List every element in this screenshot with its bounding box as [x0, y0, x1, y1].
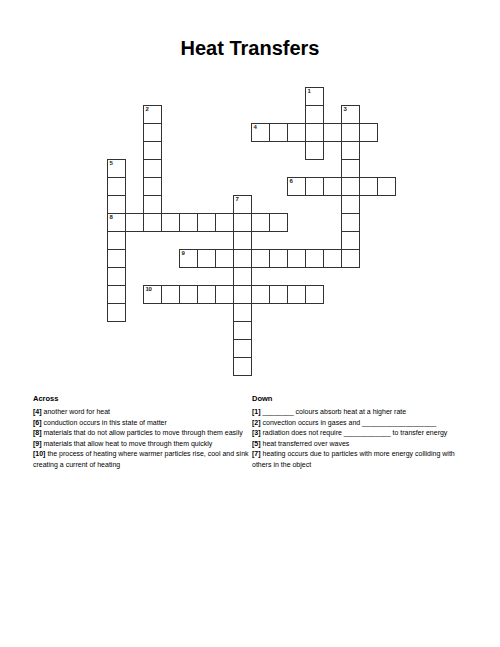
grid-cell[interactable]: [233, 321, 252, 340]
grid-cell[interactable]: [233, 249, 252, 268]
grid-cell[interactable]: 3: [341, 105, 360, 124]
grid-cell[interactable]: [107, 303, 126, 322]
grid-cell[interactable]: [107, 285, 126, 304]
grid-cell[interactable]: 4: [251, 123, 270, 142]
grid-cell[interactable]: [179, 285, 198, 304]
clue-number: [9]: [33, 440, 42, 447]
grid-cell[interactable]: [233, 267, 252, 286]
page-title: Heat Transfers: [0, 36, 500, 60]
grid-cell[interactable]: [251, 213, 270, 232]
grid-cell[interactable]: [143, 123, 162, 142]
grid-cell[interactable]: [287, 285, 306, 304]
grid-cell[interactable]: [269, 123, 288, 142]
clue-item: [10] the process of heating where warmer…: [33, 449, 255, 470]
grid-cell[interactable]: 2: [143, 105, 162, 124]
grid-cell[interactable]: [251, 249, 270, 268]
grid-cell[interactable]: 9: [179, 249, 198, 268]
clues-across-section: Across [4] another word for heat[6] cond…: [33, 394, 255, 471]
clue-item: [9] materials that allow heat to move th…: [33, 439, 255, 450]
grid-cell[interactable]: 8: [107, 213, 126, 232]
clue-text: materials that do not allow particles to…: [42, 429, 243, 436]
clue-text: radiation does not require ____________ …: [261, 429, 448, 436]
grid-cell[interactable]: [143, 159, 162, 178]
grid-cell[interactable]: [377, 177, 396, 196]
grid-cell[interactable]: [341, 231, 360, 250]
cell-number-label: 8: [110, 214, 113, 221]
clue-number: [7]: [252, 450, 261, 457]
grid-cell[interactable]: [161, 285, 180, 304]
clue-item: [7] heating occurs due to particles with…: [252, 449, 467, 470]
grid-cell[interactable]: [305, 249, 324, 268]
clue-number: [4]: [33, 408, 42, 415]
grid-cell[interactable]: [305, 285, 324, 304]
cell-number-label: 10: [146, 286, 152, 293]
clue-number: [1]: [252, 408, 261, 415]
grid-cell[interactable]: [125, 213, 144, 232]
grid-cell[interactable]: [323, 123, 342, 142]
grid-cell[interactable]: [305, 177, 324, 196]
grid-cell[interactable]: [107, 249, 126, 268]
grid-cell[interactable]: [215, 249, 234, 268]
grid-cell[interactable]: [233, 357, 252, 376]
clue-item: [8] materials that do not allow particle…: [33, 428, 255, 439]
grid-cell[interactable]: [323, 177, 342, 196]
clue-item: [2] convection occurs in gases and _____…: [252, 418, 467, 429]
grid-cell[interactable]: [341, 213, 360, 232]
across-clue-list: [4] another word for heat[6] conduction …: [33, 407, 255, 471]
clue-number: [6]: [33, 419, 42, 426]
grid-cell[interactable]: [215, 285, 234, 304]
cell-number-label: 5: [110, 160, 113, 167]
grid-cell[interactable]: [161, 213, 180, 232]
grid-cell[interactable]: 5: [107, 159, 126, 178]
down-clue-list: [1] ________ colours absorb heat at a hi…: [252, 407, 467, 471]
cell-number-label: 2: [146, 106, 149, 113]
grid-cell[interactable]: 6: [287, 177, 306, 196]
grid-cell[interactable]: 1: [305, 87, 324, 106]
clue-text: ________ colours absorb heat at a higher…: [261, 408, 407, 415]
grid-cell[interactable]: [305, 141, 324, 160]
grid-cell[interactable]: [269, 285, 288, 304]
cell-number-label: 4: [254, 124, 257, 131]
clue-number: [2]: [252, 419, 261, 426]
grid-cell[interactable]: [143, 195, 162, 214]
clue-item: [4] another word for heat: [33, 407, 255, 418]
clue-number: [5]: [252, 440, 261, 447]
clue-text: another word for heat: [42, 408, 111, 415]
clue-item: [3] radiation does not require _________…: [252, 428, 467, 439]
grid-cell[interactable]: 10: [143, 285, 162, 304]
grid-cell[interactable]: [341, 195, 360, 214]
crossword-grid: 12345867910: [107, 87, 397, 377]
grid-cell[interactable]: [341, 249, 360, 268]
clue-text: convection occurs in gases and _________…: [261, 419, 437, 426]
grid-cell[interactable]: [233, 303, 252, 322]
grid-cell[interactable]: [233, 339, 252, 358]
clue-number: [8]: [33, 429, 42, 436]
grid-cell[interactable]: [107, 177, 126, 196]
cell-number-label: 3: [344, 106, 347, 113]
grid-cell[interactable]: [107, 267, 126, 286]
grid-cell[interactable]: [269, 249, 288, 268]
clue-text: heating occurs due to particles with mor…: [252, 450, 455, 468]
across-header: Across: [33, 394, 255, 404]
clue-text: the process of heating where warmer part…: [33, 450, 249, 468]
grid-cell[interactable]: [269, 213, 288, 232]
grid-cell[interactable]: [305, 123, 324, 142]
clue-item: [5] heat transferred over waves: [252, 439, 467, 450]
clue-number: [3]: [252, 429, 261, 436]
clue-number: [10]: [33, 450, 45, 457]
grid-cell[interactable]: [341, 141, 360, 160]
grid-cell[interactable]: [107, 195, 126, 214]
grid-cell[interactable]: [233, 231, 252, 250]
grid-cell[interactable]: [143, 141, 162, 160]
grid-cell[interactable]: [287, 123, 306, 142]
cell-number-label: 7: [236, 196, 239, 203]
grid-cell[interactable]: [341, 177, 360, 196]
cell-number-label: 6: [290, 178, 293, 185]
grid-cell[interactable]: [341, 123, 360, 142]
grid-cell[interactable]: [215, 213, 234, 232]
grid-cell[interactable]: [107, 231, 126, 250]
down-header: Down: [252, 394, 467, 404]
grid-cell[interactable]: [305, 105, 324, 124]
grid-cell[interactable]: 7: [233, 195, 252, 214]
cell-number-label: 9: [182, 250, 185, 257]
clue-item: [1] ________ colours absorb heat at a hi…: [252, 407, 467, 418]
grid-cell[interactable]: [143, 213, 162, 232]
grid-cell[interactable]: [359, 123, 378, 142]
grid-cell[interactable]: [287, 249, 306, 268]
grid-cell[interactable]: [179, 213, 198, 232]
grid-cell[interactable]: [197, 213, 216, 232]
grid-cell[interactable]: [197, 249, 216, 268]
grid-cell[interactable]: [341, 159, 360, 178]
grid-cell[interactable]: [233, 285, 252, 304]
cell-number-label: 1: [308, 88, 311, 95]
grid-cell[interactable]: [143, 177, 162, 196]
grid-cell[interactable]: [197, 285, 216, 304]
clue-text: heat transferred over waves: [261, 440, 350, 447]
clue-text: conduction occurs in this state of matte…: [42, 419, 167, 426]
clue-text: materials that allow heat to move throug…: [42, 440, 213, 447]
grid-cell[interactable]: [359, 177, 378, 196]
grid-cell[interactable]: [323, 249, 342, 268]
clue-item: [6] conduction occurs in this state of m…: [33, 418, 255, 429]
grid-cell[interactable]: [233, 213, 252, 232]
grid-cell[interactable]: [251, 285, 270, 304]
clues-down-section: Down [1] ________ colours absorb heat at…: [252, 394, 467, 471]
